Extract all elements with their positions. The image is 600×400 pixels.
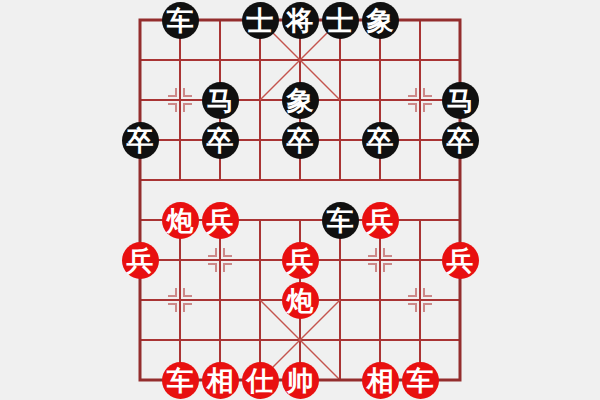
- red-soldier[interactable]: 兵: [282, 242, 319, 279]
- black-horse[interactable]: 马: [202, 82, 239, 119]
- black-general[interactable]: 将: [282, 2, 319, 39]
- black-advisor[interactable]: 士: [242, 2, 279, 39]
- app-background: 车士将士象马象马卒卒卒卒卒炮兵车兵兵兵兵炮车相仕帅相车: [0, 0, 600, 400]
- black-chariot[interactable]: 车: [162, 2, 199, 39]
- red-soldier[interactable]: 兵: [362, 202, 399, 239]
- red-chariot[interactable]: 车: [402, 362, 439, 399]
- red-chariot[interactable]: 车: [162, 362, 199, 399]
- black-soldier[interactable]: 卒: [202, 122, 239, 159]
- piece-grid: 车士将士象马象马卒卒卒卒卒炮兵车兵兵兵兵炮车相仕帅相车: [120, 0, 480, 400]
- red-elephant[interactable]: 相: [362, 362, 399, 399]
- black-soldier[interactable]: 卒: [362, 122, 399, 159]
- red-soldier[interactable]: 兵: [442, 242, 479, 279]
- black-soldier[interactable]: 卒: [442, 122, 479, 159]
- xiangqi-board: 车士将士象马象马卒卒卒卒卒炮兵车兵兵兵兵炮车相仕帅相车: [120, 0, 480, 400]
- red-advisor[interactable]: 仕: [242, 362, 279, 399]
- black-soldier[interactable]: 卒: [282, 122, 319, 159]
- red-cannon[interactable]: 炮: [282, 282, 319, 319]
- black-advisor[interactable]: 士: [322, 2, 359, 39]
- black-elephant[interactable]: 象: [282, 82, 319, 119]
- black-chariot[interactable]: 车: [322, 202, 359, 239]
- red-soldier[interactable]: 兵: [202, 202, 239, 239]
- red-cannon[interactable]: 炮: [162, 202, 199, 239]
- black-elephant[interactable]: 象: [362, 2, 399, 39]
- red-elephant[interactable]: 相: [202, 362, 239, 399]
- black-horse[interactable]: 马: [442, 82, 479, 119]
- black-soldier[interactable]: 卒: [122, 122, 159, 159]
- red-soldier[interactable]: 兵: [122, 242, 159, 279]
- red-general[interactable]: 帅: [282, 362, 319, 399]
